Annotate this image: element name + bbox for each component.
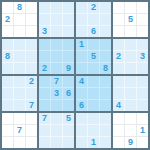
sudoku-cell[interactable] [51,113,62,124]
sudoku-cell[interactable] [125,51,136,62]
sudoku-cell[interactable] [63,137,74,148]
sudoku-cell[interactable] [76,2,87,13]
sudoku-block: 23 [113,39,148,74]
sudoku-cell[interactable] [125,2,136,13]
sudoku-cell[interactable] [51,14,62,25]
sudoku-cell[interactable]: 2 [39,63,50,74]
sudoku-cell[interactable] [14,26,25,37]
sudoku-cell[interactable]: 3 [39,26,50,37]
sudoku-cell[interactable] [100,2,111,13]
sudoku-cell[interactable] [113,137,124,148]
sudoku-cell[interactable] [2,113,13,124]
sudoku-cell[interactable]: 5 [63,113,74,124]
sudoku-cell[interactable] [14,76,25,87]
sudoku-block: 82 [2,2,37,37]
sudoku-block: 29 [39,39,74,74]
sudoku-cell[interactable] [137,14,148,25]
sudoku-cell[interactable] [14,39,25,50]
sudoku-block: 1 [76,113,111,148]
sudoku-block: 46 [76,76,111,111]
sudoku-cell[interactable] [63,39,74,50]
sudoku-cell[interactable]: 4 [76,76,87,87]
sudoku-block: 736 [39,76,74,111]
sudoku-cell[interactable] [76,125,87,136]
sudoku-cell[interactable]: 4 [113,100,124,111]
sudoku-cell[interactable] [137,88,148,99]
sudoku-cell[interactable] [125,100,136,111]
sudoku-cell[interactable] [39,51,50,62]
sudoku-cell[interactable] [100,26,111,37]
sudoku-cell[interactable] [51,26,62,37]
sudoku-cell[interactable] [26,113,37,124]
sudoku-cell[interactable] [39,76,50,87]
sudoku-cell[interactable]: 8 [2,51,13,62]
sudoku-cell[interactable] [26,26,37,37]
sudoku-cell[interactable]: 7 [14,125,25,136]
sudoku-cell[interactable] [26,2,37,13]
sudoku-cell[interactable] [26,137,37,148]
sudoku-cell[interactable]: 8 [14,2,25,13]
sudoku-cell[interactable] [51,2,62,13]
sudoku-cell[interactable] [113,76,124,87]
sudoku-cell[interactable] [2,137,13,148]
sudoku-cell[interactable]: 3 [137,51,148,62]
sudoku-cell[interactable] [88,88,99,99]
sudoku-cell[interactable] [125,26,136,37]
sudoku-cell[interactable] [63,51,74,62]
sudoku-cell[interactable]: 2 [88,2,99,13]
sudoku-cell[interactable] [88,125,99,136]
sudoku-cell[interactable] [113,125,124,136]
sudoku-cell[interactable] [14,88,25,99]
sudoku-cell[interactable] [63,2,74,13]
sudoku-block: 5 [113,2,148,37]
sudoku-cell[interactable] [14,137,25,148]
sudoku-cell[interactable]: 1 [88,137,99,148]
sudoku-cell[interactable] [14,100,25,111]
sudoku-cell[interactable] [76,26,87,37]
sudoku-cell[interactable] [88,14,99,25]
sudoku-cell[interactable] [137,113,148,124]
sudoku-cell[interactable] [113,63,124,74]
sudoku-cell[interactable] [63,14,74,25]
sudoku-cell[interactable] [76,14,87,25]
sudoku-cell[interactable]: 2 [113,51,124,62]
sudoku-cell[interactable] [51,125,62,136]
sudoku-cell[interactable] [14,63,25,74]
sudoku-cell[interactable] [100,88,111,99]
sudoku-cell[interactable] [39,125,50,136]
sudoku-cell[interactable] [26,14,37,25]
sudoku-cell[interactable] [63,76,74,87]
sudoku-cell[interactable] [76,88,87,99]
sudoku-cell[interactable]: 6 [88,26,99,37]
sudoku-cell[interactable] [2,125,13,136]
sudoku-cell[interactable] [88,39,99,50]
sudoku-block: 19 [113,113,148,148]
sudoku-block: 4 [113,76,148,111]
sudoku-cell[interactable] [125,76,136,87]
sudoku-cell[interactable] [113,39,124,50]
sudoku-cell[interactable] [88,100,99,111]
sudoku-cell[interactable] [113,2,124,13]
sudoku-cell[interactable] [100,14,111,25]
sudoku-cell[interactable] [125,88,136,99]
sudoku-cell[interactable]: 7 [51,76,62,87]
sudoku-cell[interactable] [2,88,13,99]
sudoku-cell[interactable] [100,125,111,136]
sudoku-cell[interactable] [51,63,62,74]
sudoku-cell[interactable] [39,39,50,50]
sudoku-block: 27 [2,76,37,111]
sudoku-block: 158 [76,39,111,74]
sudoku-cell[interactable] [137,100,148,111]
sudoku-block: 7 [2,113,37,148]
sudoku-cell[interactable] [100,39,111,50]
sudoku-cell[interactable] [137,2,148,13]
sudoku-cell[interactable]: 2 [26,76,37,87]
sudoku-cell[interactable] [113,26,124,37]
sudoku-cell[interactable] [39,2,50,13]
sudoku-cell[interactable] [2,100,13,111]
sudoku-cell[interactable] [2,26,13,37]
sudoku-cell[interactable]: 9 [63,63,74,74]
sudoku-block: 75 [39,113,74,148]
sudoku-cell[interactable] [113,14,124,25]
sudoku-cell[interactable] [63,26,74,37]
sudoku-cell[interactable] [137,63,148,74]
sudoku-cell[interactable]: 3 [51,88,62,99]
sudoku-cell[interactable] [14,51,25,62]
sudoku-cell[interactable] [100,51,111,62]
sudoku-cell[interactable]: 7 [39,113,50,124]
sudoku-cell[interactable]: 8 [100,63,111,74]
sudoku-cell[interactable] [100,137,111,148]
sudoku-block: 3 [39,2,74,37]
sudoku-cell[interactable] [76,113,87,124]
sudoku-cell[interactable]: 5 [88,51,99,62]
sudoku-block: 26 [76,2,111,37]
sudoku-cell[interactable] [100,100,111,111]
sudoku-cell[interactable] [76,63,87,74]
sudoku-cell[interactable]: 6 [76,100,87,111]
sudoku-cell[interactable] [39,137,50,148]
sudoku-cell[interactable] [100,76,111,87]
sudoku-cell[interactable] [113,113,124,124]
sudoku-cell[interactable] [51,51,62,62]
sudoku-cell[interactable] [137,137,148,148]
sudoku-cell[interactable] [125,125,136,136]
sudoku-cell[interactable]: 1 [137,125,148,136]
sudoku-cell[interactable] [2,63,13,74]
sudoku-cell[interactable] [51,100,62,111]
sudoku-cell[interactable] [26,88,37,99]
sudoku-cell[interactable] [137,26,148,37]
sudoku-cell[interactable]: 7 [26,100,37,111]
sudoku-cell[interactable] [14,14,25,25]
sudoku-cell[interactable] [63,125,74,136]
sudoku-cell[interactable] [88,63,99,74]
sudoku-cell[interactable] [88,113,99,124]
sudoku-cell[interactable] [39,88,50,99]
sudoku-cell[interactable]: 1 [76,39,87,50]
sudoku-cell[interactable] [26,39,37,50]
sudoku-cell[interactable] [88,76,99,87]
sudoku-cell[interactable] [125,113,136,124]
sudoku-cell[interactable] [76,137,87,148]
sudoku-cell[interactable] [14,113,25,124]
sudoku-cell[interactable]: 9 [125,137,136,148]
sudoku-cell[interactable] [51,39,62,50]
sudoku-cell[interactable] [39,100,50,111]
sudoku-cell[interactable]: 2 [2,14,13,25]
sudoku-cell[interactable] [26,51,37,62]
sudoku-cell[interactable] [51,137,62,148]
sudoku-cell[interactable] [76,51,87,62]
sudoku-cell[interactable] [125,63,136,74]
sudoku-block: 8 [2,39,37,74]
sudoku-cell[interactable] [26,63,37,74]
sudoku-cell[interactable] [100,113,111,124]
sudoku-cell[interactable]: 5 [125,14,136,25]
sudoku-cell[interactable] [2,39,13,50]
sudoku-cell[interactable]: 6 [63,88,74,99]
sudoku-board: 8232658291582327736464775119 [0,0,150,150]
sudoku-cell[interactable] [113,88,124,99]
sudoku-cell[interactable] [63,100,74,111]
sudoku-cell[interactable] [39,14,50,25]
sudoku-cell[interactable] [137,76,148,87]
sudoku-cell[interactable] [26,125,37,136]
sudoku-cell[interactable] [2,76,13,87]
sudoku-cell[interactable] [2,2,13,13]
sudoku-cell[interactable] [137,39,148,50]
sudoku-cell[interactable] [125,39,136,50]
